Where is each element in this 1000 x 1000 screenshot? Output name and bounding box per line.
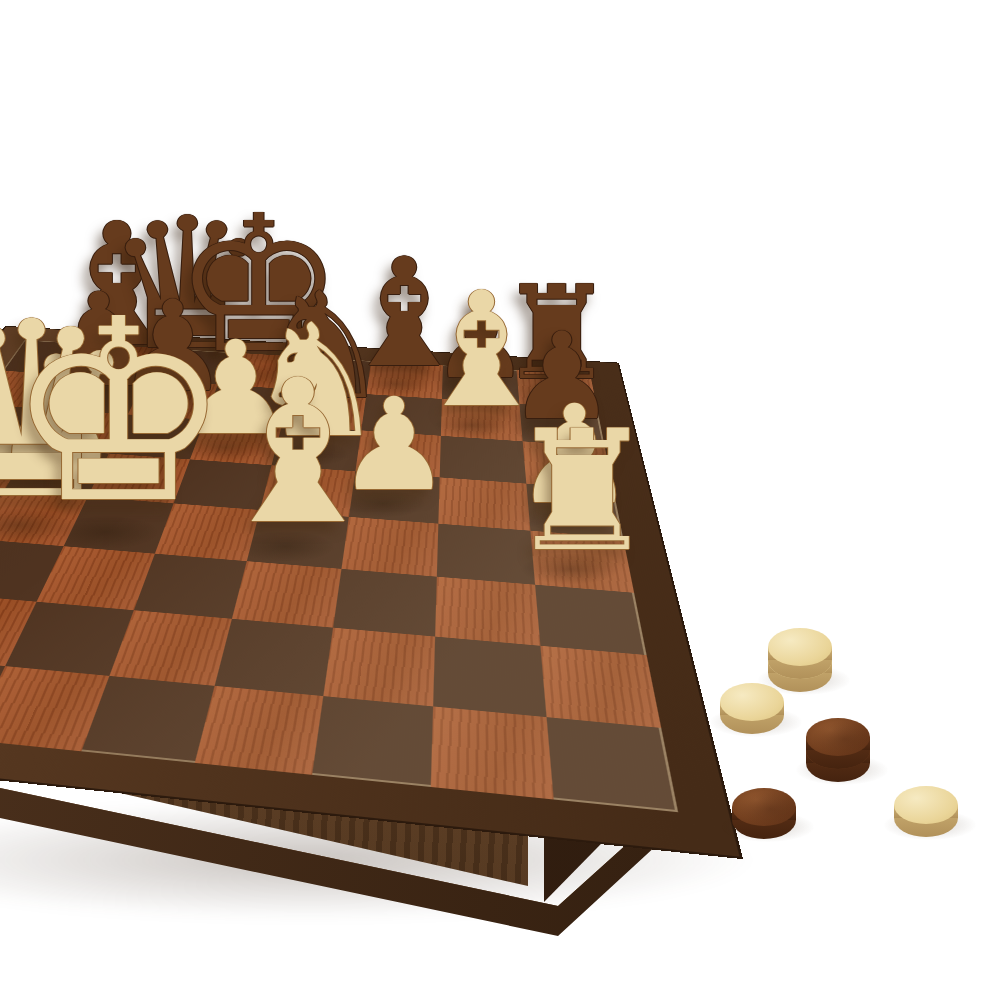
- disc-top: [806, 718, 870, 756]
- disc-top: [732, 788, 796, 826]
- disc-top: [894, 786, 958, 824]
- checkers-discs-layer: [0, 0, 1000, 1000]
- disc-top: [720, 683, 784, 721]
- disc-top: [768, 628, 832, 666]
- chess-set-photo: ♝♛♚♝♟♜♟♟♞♝♟♟♞♟♟♟♟♛♚♝♜: [0, 0, 1000, 1000]
